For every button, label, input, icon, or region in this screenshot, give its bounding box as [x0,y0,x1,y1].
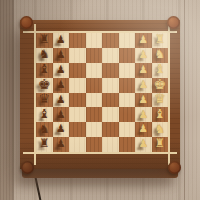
piece-black-rook: ♜ [39,33,49,45]
piece-black-bishop: ♝ [39,107,50,120]
square-g7: ♟ [53,48,70,63]
square-b3 [119,122,136,137]
piece-white-pawn: ♟ [139,63,148,74]
square-c3 [119,107,136,122]
square-f3 [119,63,136,78]
corner-knob-bottom-left [21,161,34,174]
table-plank-left [0,0,12,200]
piece-black-pawn: ♟ [56,63,65,74]
square-e7: ♟ [53,78,70,93]
square-d6 [69,93,86,108]
square-h3 [119,33,136,48]
square-c6 [69,107,86,122]
piece-black-queen: ♛ [38,92,50,105]
square-b6 [69,122,86,137]
square-g3 [119,48,136,63]
square-g4 [102,48,119,63]
board-grid: ♜♟♟♜♞♟♟♞♝♟♟♝♚♟♟♚♛♟♟♛♝♟♟♝♞♟♟♞♜♟♟♜ [34,31,170,154]
piece-white-pawn: ♟ [139,138,148,149]
square-c2: ♟ [135,107,152,122]
piece-white-bishop: ♝ [154,62,165,75]
piece-black-pawn: ♟ [56,123,65,134]
square-e4 [102,78,119,93]
piece-black-pawn: ♟ [56,108,65,119]
square-c4 [102,107,119,122]
piece-white-rook: ♜ [155,33,165,45]
piece-black-knight: ♞ [39,48,50,60]
piece-white-pawn: ♟ [139,34,148,45]
square-b2: ♟ [135,122,152,137]
square-h6 [69,33,86,48]
piece-black-pawn: ♟ [56,138,65,149]
piece-black-pawn: ♟ [56,34,65,45]
square-f7: ♟ [53,63,70,78]
piece-black-rook: ♜ [39,137,49,149]
square-f5 [86,63,103,78]
square-c1: ♝ [152,107,169,122]
corner-knob-top-left [20,16,33,29]
square-a5 [86,137,103,152]
square-h8: ♜ [36,33,53,48]
square-b7: ♟ [53,122,70,137]
square-a2: ♟ [135,137,152,152]
corner-knob-top-right [167,16,180,29]
square-h5 [86,33,103,48]
square-e3 [119,78,136,93]
square-h4 [102,33,119,48]
square-g2: ♟ [135,48,152,63]
piece-black-pawn: ♟ [56,78,65,89]
piece-white-king: ♚ [153,77,166,91]
square-d2: ♟ [135,93,152,108]
piece-white-knight: ♞ [154,48,165,60]
square-f2: ♟ [135,63,152,78]
square-a3 [119,137,136,152]
piece-white-bishop: ♝ [154,107,165,120]
piece-white-pawn: ♟ [139,78,148,89]
corner-knob-bottom-right [168,161,181,174]
piece-white-pawn: ♟ [139,123,148,134]
square-b5 [86,122,103,137]
square-h7: ♟ [53,33,70,48]
square-c7: ♟ [53,107,70,122]
square-b4 [102,122,119,137]
piece-black-knight: ♞ [39,122,50,134]
square-d7: ♟ [53,93,70,108]
plank-seam-left [12,0,14,200]
square-a8: ♜ [36,137,53,152]
piece-white-pawn: ♟ [139,49,148,60]
board-side-face [22,169,178,178]
piece-white-pawn: ♟ [139,108,148,119]
piece-white-knight: ♞ [154,122,165,134]
chess-board: ♜♟♟♜♞♟♟♞♝♟♟♝♚♟♟♚♛♟♟♛♝♟♟♝♞♟♟♞♜♟♟♜ [20,20,180,169]
piece-white-pawn: ♟ [139,93,148,104]
square-h1: ♜ [152,33,169,48]
square-f4 [102,63,119,78]
square-d3 [119,93,136,108]
square-a7: ♟ [53,137,70,152]
piece-white-rook: ♜ [155,137,165,149]
square-e2: ♟ [135,78,152,93]
piece-black-king: ♚ [38,77,51,91]
square-g5 [86,48,103,63]
square-e5 [86,78,103,93]
square-c5 [86,107,103,122]
square-c8: ♝ [36,107,53,122]
square-h2: ♟ [135,33,152,48]
square-d5 [86,93,103,108]
plank-seam-right [184,0,185,200]
square-f6 [69,63,86,78]
square-g6 [69,48,86,63]
piece-black-pawn: ♟ [56,93,65,104]
square-a4 [102,137,119,152]
square-e6 [69,78,86,93]
piece-black-bishop: ♝ [39,62,50,75]
piece-white-queen: ♛ [154,92,166,105]
piece-black-pawn: ♟ [56,49,65,60]
square-d4 [102,93,119,108]
square-a6 [69,137,86,152]
square-a1: ♜ [152,137,169,152]
